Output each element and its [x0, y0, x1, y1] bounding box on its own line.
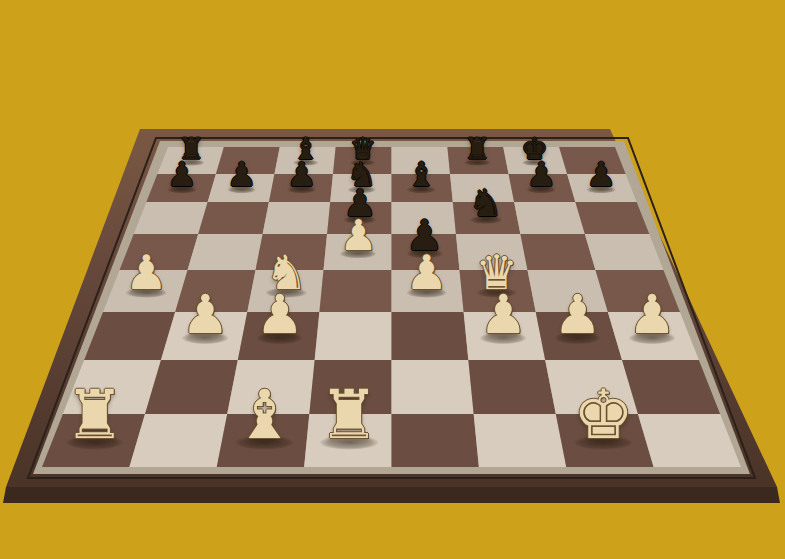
white-bishop-c1[interactable]: ♝ — [234, 381, 295, 449]
square-f1[interactable] — [474, 414, 567, 467]
chess-board — [0, 0, 785, 559]
square-e1[interactable] — [392, 414, 479, 467]
square-g5[interactable] — [520, 234, 595, 270]
square-h6[interactable] — [575, 202, 649, 234]
square-e2[interactable] — [392, 360, 474, 414]
white-pawn-f3[interactable]: ♟ — [479, 289, 527, 343]
black-pawn-b7[interactable]: ♟ — [227, 158, 257, 192]
square-a6[interactable] — [134, 202, 208, 234]
black-pawn-a7[interactable]: ♟ — [167, 158, 197, 192]
black-rook-f8[interactable]: ♜ — [464, 134, 491, 164]
square-d3[interactable] — [315, 312, 392, 360]
white-king-g1[interactable]: ♚ — [573, 381, 634, 449]
white-pawn-c3[interactable]: ♟ — [256, 289, 304, 343]
white-pawn-a4[interactable]: ♟ — [125, 249, 168, 297]
square-b1[interactable] — [129, 414, 227, 467]
square-b5[interactable] — [188, 234, 263, 270]
square-g6[interactable] — [514, 202, 585, 234]
square-d4[interactable] — [319, 270, 391, 312]
black-knight-f6[interactable]: ♞ — [469, 185, 503, 223]
white-rook-d1[interactable]: ♜ — [319, 381, 380, 449]
square-b6[interactable] — [198, 202, 269, 234]
white-pawn-e4[interactable]: ♟ — [405, 249, 448, 297]
white-pawn-d5[interactable]: ♟ — [339, 215, 377, 257]
white-rook-a1[interactable]: ♜ — [64, 381, 125, 449]
white-pawn-g3[interactable]: ♟ — [554, 289, 602, 343]
chess-scene: ♜♝♛♜♚♟♟♟♞♝♟♟♟♞♟♟♟♞♟♛♟♟♟♟♟♜♝♜♚ — [0, 0, 785, 559]
square-c6[interactable] — [263, 202, 331, 234]
square-e3[interactable] — [392, 312, 469, 360]
black-pawn-g7[interactable]: ♟ — [526, 158, 556, 192]
black-bishop-e7[interactable]: ♝ — [406, 158, 436, 192]
black-pawn-h7[interactable]: ♟ — [586, 158, 616, 192]
black-pawn-c7[interactable]: ♟ — [286, 158, 316, 192]
white-pawn-b3[interactable]: ♟ — [181, 289, 229, 343]
square-b2[interactable] — [145, 360, 238, 414]
white-pawn-h3[interactable]: ♟ — [628, 289, 676, 343]
square-f2[interactable] — [468, 360, 555, 414]
board-frame-front-face — [3, 487, 780, 503]
